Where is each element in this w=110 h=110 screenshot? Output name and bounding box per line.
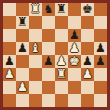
chess-board: ♜♞♜♚♜♟♟♝♟♟♟♟♟♚♟♟♟♜♟♟ bbox=[3, 3, 107, 107]
square-g5[interactable] bbox=[81, 42, 94, 55]
square-d2[interactable] bbox=[42, 81, 55, 94]
square-f4[interactable]: ♚ bbox=[68, 55, 81, 68]
piece-white-king: ♚ bbox=[69, 55, 80, 68]
square-f2[interactable] bbox=[68, 81, 81, 94]
square-f6[interactable]: ♟ bbox=[68, 29, 81, 42]
square-e4[interactable]: ♟ bbox=[55, 55, 68, 68]
square-h3[interactable] bbox=[94, 68, 107, 81]
square-d3[interactable] bbox=[42, 68, 55, 81]
piece-black-pawn: ♟ bbox=[43, 55, 54, 68]
piece-black-knight: ♞ bbox=[43, 3, 54, 16]
piece-black-pawn: ♟ bbox=[95, 42, 106, 55]
square-a5[interactable] bbox=[3, 42, 16, 55]
square-a3[interactable]: ♟ bbox=[3, 68, 16, 81]
square-e8[interactable]: ♜ bbox=[55, 3, 68, 16]
piece-black-pawn: ♟ bbox=[82, 55, 93, 68]
square-c3[interactable] bbox=[29, 68, 42, 81]
square-e6[interactable] bbox=[55, 29, 68, 42]
square-h5[interactable]: ♟ bbox=[94, 42, 107, 55]
square-g7[interactable] bbox=[81, 16, 94, 29]
square-e1[interactable] bbox=[55, 94, 68, 107]
piece-white-bishop: ♝ bbox=[30, 42, 41, 55]
square-e7[interactable] bbox=[55, 16, 68, 29]
piece-white-pawn: ♟ bbox=[56, 55, 67, 68]
square-b8[interactable] bbox=[16, 3, 29, 16]
square-a4[interactable]: ♟ bbox=[3, 55, 16, 68]
board-frame: ♜♞♜♚♜♟♟♝♟♟♟♟♟♚♟♟♟♜♟♟ bbox=[0, 0, 110, 110]
piece-black-king: ♚ bbox=[82, 3, 93, 16]
square-g2[interactable] bbox=[81, 81, 94, 94]
square-e2[interactable] bbox=[55, 81, 68, 94]
square-e3[interactable]: ♜ bbox=[55, 68, 68, 81]
square-f8[interactable] bbox=[68, 3, 81, 16]
square-f7[interactable] bbox=[68, 16, 81, 29]
piece-white-rook: ♜ bbox=[30, 3, 41, 16]
square-a6[interactable] bbox=[3, 29, 16, 42]
square-c8[interactable]: ♜ bbox=[29, 3, 42, 16]
piece-black-pawn: ♟ bbox=[17, 42, 28, 55]
square-h2[interactable] bbox=[94, 81, 107, 94]
piece-white-pawn: ♟ bbox=[69, 42, 80, 55]
square-d1[interactable] bbox=[42, 94, 55, 107]
square-g4[interactable]: ♟ bbox=[81, 55, 94, 68]
square-b7[interactable]: ♜ bbox=[16, 16, 29, 29]
square-g8[interactable]: ♚ bbox=[81, 3, 94, 16]
piece-black-rook: ♜ bbox=[56, 3, 67, 16]
piece-white-pawn: ♟ bbox=[4, 68, 15, 81]
square-c5[interactable]: ♝ bbox=[29, 42, 42, 55]
square-a8[interactable] bbox=[3, 3, 16, 16]
square-g6[interactable] bbox=[81, 29, 94, 42]
square-c2[interactable] bbox=[29, 81, 42, 94]
square-b3[interactable] bbox=[16, 68, 29, 81]
square-d8[interactable]: ♞ bbox=[42, 3, 55, 16]
square-b1[interactable] bbox=[16, 94, 29, 107]
square-h7[interactable] bbox=[94, 16, 107, 29]
square-f5[interactable]: ♟ bbox=[68, 42, 81, 55]
square-b2[interactable]: ♟ bbox=[16, 81, 29, 94]
square-c4[interactable] bbox=[29, 55, 42, 68]
square-b6[interactable] bbox=[16, 29, 29, 42]
square-d4[interactable]: ♟ bbox=[42, 55, 55, 68]
piece-white-pawn: ♟ bbox=[82, 68, 93, 81]
piece-white-pawn: ♟ bbox=[17, 81, 28, 94]
square-a2[interactable] bbox=[3, 81, 16, 94]
square-h1[interactable] bbox=[94, 94, 107, 107]
square-d6[interactable] bbox=[42, 29, 55, 42]
square-a1[interactable] bbox=[3, 94, 16, 107]
square-b5[interactable]: ♟ bbox=[16, 42, 29, 55]
square-g1[interactable] bbox=[81, 94, 94, 107]
piece-black-pawn: ♟ bbox=[95, 55, 106, 68]
piece-black-rook: ♜ bbox=[17, 16, 28, 29]
piece-white-rook: ♜ bbox=[56, 68, 67, 81]
square-f3[interactable] bbox=[68, 68, 81, 81]
square-h6[interactable] bbox=[94, 29, 107, 42]
square-d5[interactable] bbox=[42, 42, 55, 55]
square-d7[interactable] bbox=[42, 16, 55, 29]
piece-black-pawn: ♟ bbox=[69, 29, 80, 42]
square-f1[interactable] bbox=[68, 94, 81, 107]
square-c7[interactable] bbox=[29, 16, 42, 29]
square-c6[interactable] bbox=[29, 29, 42, 42]
square-a7[interactable] bbox=[3, 16, 16, 29]
square-h4[interactable]: ♟ bbox=[94, 55, 107, 68]
square-b4[interactable] bbox=[16, 55, 29, 68]
square-e5[interactable] bbox=[55, 42, 68, 55]
square-c1[interactable] bbox=[29, 94, 42, 107]
square-g3[interactable]: ♟ bbox=[81, 68, 94, 81]
square-h8[interactable] bbox=[94, 3, 107, 16]
piece-black-pawn: ♟ bbox=[4, 55, 15, 68]
